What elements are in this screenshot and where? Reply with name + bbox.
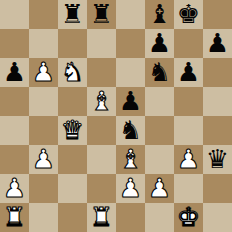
piece-black-knight: ♞ <box>148 58 171 87</box>
square-a5[interactable] <box>0 87 29 116</box>
square-e3[interactable]: ♝ <box>116 145 145 174</box>
square-a8[interactable] <box>0 0 29 29</box>
square-e2[interactable]: ♟ <box>116 174 145 203</box>
square-b8[interactable] <box>29 0 58 29</box>
square-b3[interactable]: ♟ <box>29 145 58 174</box>
square-d7[interactable] <box>87 29 116 58</box>
square-g2[interactable] <box>174 174 203 203</box>
square-g4[interactable] <box>174 116 203 145</box>
square-e1[interactable] <box>116 203 145 232</box>
square-g6[interactable]: ♟ <box>174 58 203 87</box>
square-e6[interactable] <box>116 58 145 87</box>
square-b4[interactable] <box>29 116 58 145</box>
square-c2[interactable] <box>58 174 87 203</box>
square-d8[interactable]: ♜ <box>87 0 116 29</box>
square-d2[interactable] <box>87 174 116 203</box>
square-h7[interactable]: ♟ <box>203 29 232 58</box>
chess-board: ♜♜♝♚♟♟♟♟♞♞♟♝♟♛♞♟♝♟♛♟♟♟♜♜♚ <box>0 0 232 232</box>
piece-white-pawn: ♟ <box>32 58 55 87</box>
square-h4[interactable] <box>203 116 232 145</box>
square-h6[interactable] <box>203 58 232 87</box>
square-h5[interactable] <box>203 87 232 116</box>
square-h8[interactable] <box>203 0 232 29</box>
square-d1[interactable]: ♜ <box>87 203 116 232</box>
square-e5[interactable]: ♟ <box>116 87 145 116</box>
square-f8[interactable]: ♝ <box>145 0 174 29</box>
square-e8[interactable] <box>116 0 145 29</box>
square-a3[interactable] <box>0 145 29 174</box>
piece-black-rook: ♜ <box>90 0 113 29</box>
square-b7[interactable] <box>29 29 58 58</box>
piece-black-king: ♚ <box>177 0 200 29</box>
square-d4[interactable] <box>87 116 116 145</box>
square-h2[interactable] <box>203 174 232 203</box>
square-a4[interactable] <box>0 116 29 145</box>
square-c1[interactable] <box>58 203 87 232</box>
square-f1[interactable] <box>145 203 174 232</box>
piece-black-pawn: ♟ <box>148 29 171 58</box>
piece-white-rook: ♜ <box>90 203 113 232</box>
square-c8[interactable]: ♜ <box>58 0 87 29</box>
square-h1[interactable] <box>203 203 232 232</box>
square-b5[interactable] <box>29 87 58 116</box>
square-d5[interactable]: ♝ <box>87 87 116 116</box>
piece-white-bishop: ♝ <box>90 87 113 116</box>
square-b6[interactable]: ♟ <box>29 58 58 87</box>
piece-black-pawn: ♟ <box>206 29 229 58</box>
square-c5[interactable] <box>58 87 87 116</box>
piece-black-pawn: ♟ <box>3 58 26 87</box>
square-b1[interactable] <box>29 203 58 232</box>
piece-black-pawn: ♟ <box>119 87 142 116</box>
piece-white-bishop: ♝ <box>119 145 142 174</box>
square-g5[interactable] <box>174 87 203 116</box>
square-e7[interactable] <box>116 29 145 58</box>
piece-black-pawn: ♟ <box>177 58 200 87</box>
piece-black-knight: ♞ <box>119 116 142 145</box>
piece-white-knight: ♞ <box>61 58 84 87</box>
square-b2[interactable] <box>29 174 58 203</box>
piece-black-rook: ♜ <box>61 0 84 29</box>
square-f6[interactable]: ♞ <box>145 58 174 87</box>
square-g8[interactable]: ♚ <box>174 0 203 29</box>
square-d6[interactable] <box>87 58 116 87</box>
piece-black-queen: ♛ <box>206 145 229 174</box>
square-a1[interactable]: ♜ <box>0 203 29 232</box>
square-f2[interactable]: ♟ <box>145 174 174 203</box>
piece-white-rook: ♜ <box>3 203 26 232</box>
square-a2[interactable]: ♟ <box>0 174 29 203</box>
square-f5[interactable] <box>145 87 174 116</box>
square-c7[interactable] <box>58 29 87 58</box>
square-g1[interactable]: ♚ <box>174 203 203 232</box>
square-c4[interactable]: ♛ <box>58 116 87 145</box>
square-d3[interactable] <box>87 145 116 174</box>
square-a6[interactable]: ♟ <box>0 58 29 87</box>
square-c6[interactable]: ♞ <box>58 58 87 87</box>
piece-white-king: ♚ <box>177 203 200 232</box>
square-f3[interactable] <box>145 145 174 174</box>
square-e4[interactable]: ♞ <box>116 116 145 145</box>
square-f4[interactable] <box>145 116 174 145</box>
square-a7[interactable] <box>0 29 29 58</box>
piece-black-bishop: ♝ <box>148 0 171 29</box>
square-h3[interactable]: ♛ <box>203 145 232 174</box>
square-g3[interactable]: ♟ <box>174 145 203 174</box>
piece-white-pawn: ♟ <box>3 174 26 203</box>
square-f7[interactable]: ♟ <box>145 29 174 58</box>
piece-white-pawn: ♟ <box>177 145 200 174</box>
square-g7[interactable] <box>174 29 203 58</box>
piece-white-queen: ♛ <box>61 116 84 145</box>
piece-white-pawn: ♟ <box>148 174 171 203</box>
piece-white-pawn: ♟ <box>32 145 55 174</box>
square-c3[interactable] <box>58 145 87 174</box>
piece-white-pawn: ♟ <box>119 174 142 203</box>
